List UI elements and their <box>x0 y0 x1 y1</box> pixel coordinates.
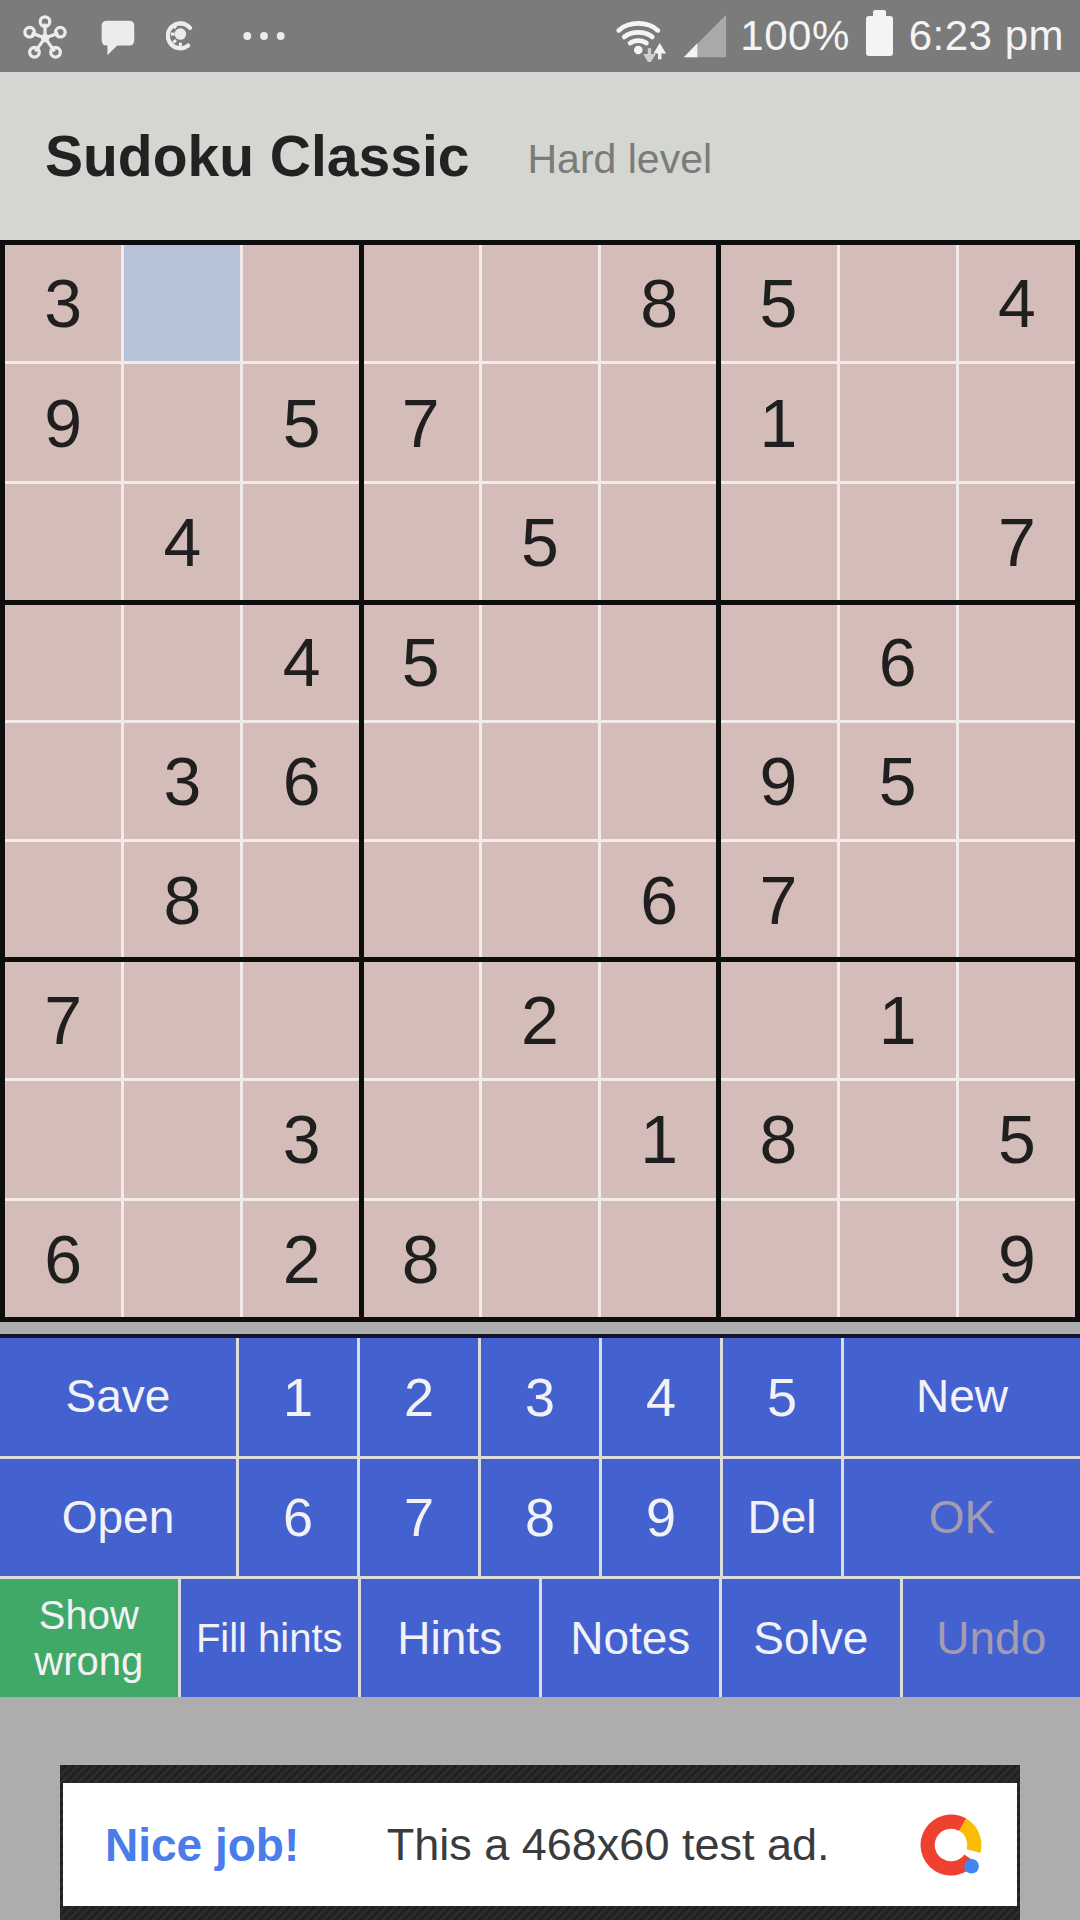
cell-r7c9[interactable] <box>959 962 1075 1078</box>
block-divider <box>5 957 1075 962</box>
cellular-signal-icon <box>680 11 730 61</box>
cell-r3c7[interactable] <box>720 484 836 600</box>
cell-r2c2[interactable] <box>124 364 240 480</box>
cell-r8c6[interactable]: 1 <box>601 1081 717 1197</box>
difficulty-label: Hard level <box>527 130 712 183</box>
cell-r7c8[interactable]: 1 <box>840 962 956 1078</box>
cell-r3c6[interactable] <box>601 484 717 600</box>
cell-r9c9[interactable]: 9 <box>959 1201 1075 1317</box>
title-bar: Sudoku Classic Hard level <box>0 72 1080 240</box>
cell-r2c4[interactable]: 7 <box>363 364 479 480</box>
cell-r3c2[interactable]: 4 <box>124 484 240 600</box>
more-dots-icon <box>238 13 290 59</box>
cell-r8c1[interactable] <box>5 1081 121 1197</box>
cell-r7c5[interactable]: 2 <box>482 962 598 1078</box>
keypad-row-2: Open6789DelOK <box>0 1459 1080 1577</box>
cell-r6c5[interactable] <box>482 842 598 958</box>
cell-r1c3[interactable] <box>243 245 359 361</box>
cell-r5c2[interactable]: 3 <box>124 723 240 839</box>
cell-r1c9[interactable]: 4 <box>959 245 1075 361</box>
cell-r9c6[interactable] <box>601 1201 717 1317</box>
cell-r4c4[interactable]: 5 <box>363 603 479 719</box>
cell-r6c7[interactable]: 7 <box>720 842 836 958</box>
cell-r3c9[interactable]: 7 <box>959 484 1075 600</box>
cell-r6c3[interactable] <box>243 842 359 958</box>
btn-notes[interactable]: Notes <box>542 1579 720 1697</box>
network-nodes-icon <box>22 13 68 59</box>
cell-r1c5[interactable] <box>482 245 598 361</box>
cell-r2c1[interactable]: 9 <box>5 364 121 480</box>
cell-r5c3[interactable]: 6 <box>243 723 359 839</box>
btn-9[interactable]: 9 <box>602 1459 720 1577</box>
cell-r7c7[interactable] <box>720 962 836 1078</box>
cell-r1c6[interactable]: 8 <box>601 245 717 361</box>
btn-6[interactable]: 6 <box>239 1459 357 1577</box>
cell-r2c5[interactable] <box>482 364 598 480</box>
clock: 6:23 pm <box>909 12 1064 60</box>
cell-r5c9[interactable] <box>959 723 1075 839</box>
board-grid: 38549571457456369586772131856289 <box>5 245 1075 1317</box>
cell-r9c3[interactable]: 2 <box>243 1201 359 1317</box>
cell-r3c4[interactable] <box>363 484 479 600</box>
cell-r9c5[interactable] <box>482 1201 598 1317</box>
cell-r3c8[interactable] <box>840 484 956 600</box>
btn-open[interactable]: Open <box>0 1459 236 1577</box>
btn-8[interactable]: 8 <box>481 1459 599 1577</box>
btn-show-wrong[interactable]: Show wrong <box>0 1579 178 1697</box>
cell-r8c2[interactable] <box>124 1081 240 1197</box>
chat-bubble-icon <box>94 13 140 59</box>
btn-save[interactable]: Save <box>0 1338 236 1456</box>
cell-r6c8[interactable] <box>840 842 956 958</box>
cell-r8c3[interactable]: 3 <box>243 1081 359 1197</box>
cell-r4c1[interactable] <box>5 603 121 719</box>
cell-r8c4[interactable] <box>363 1081 479 1197</box>
btn-new[interactable]: New <box>844 1338 1080 1456</box>
ad-container: Nice job! This a 468x60 test ad. <box>60 1765 1020 1920</box>
keypad-row-1: Save12345New <box>0 1338 1080 1456</box>
weather-icon <box>166 13 212 59</box>
cell-r6c6[interactable]: 6 <box>601 842 717 958</box>
cell-r2c3[interactable]: 5 <box>243 364 359 480</box>
bottom-area: Nice job! This a 468x60 test ad. <box>0 1697 1080 1920</box>
cell-r2c6[interactable] <box>601 364 717 480</box>
btn-7[interactable]: 7 <box>360 1459 478 1577</box>
btn-fill-hints[interactable]: Fill hints <box>181 1579 359 1697</box>
cell-r8c5[interactable] <box>482 1081 598 1197</box>
cell-r7c1[interactable]: 7 <box>5 962 121 1078</box>
cell-r6c9[interactable] <box>959 842 1075 958</box>
cell-r2c8[interactable] <box>840 364 956 480</box>
block-divider <box>359 245 364 1317</box>
cell-r9c4[interactable]: 8 <box>363 1201 479 1317</box>
cell-r6c2[interactable]: 8 <box>124 842 240 958</box>
cell-r7c2[interactable] <box>124 962 240 1078</box>
sudoku-app: 100% 6:23 pm Sudoku Classic Hard level 3… <box>0 0 1080 1920</box>
btn-undo[interactable]: Undo <box>903 1579 1080 1697</box>
cell-r6c1[interactable] <box>5 842 121 958</box>
cell-r9c7[interactable] <box>720 1201 836 1317</box>
cell-r5c6[interactable] <box>601 723 717 839</box>
btn-4[interactable]: 4 <box>602 1338 720 1456</box>
cell-r3c3[interactable] <box>243 484 359 600</box>
btn-5[interactable]: 5 <box>723 1338 841 1456</box>
battery-percent: 100% <box>740 12 849 60</box>
cell-r5c1[interactable] <box>5 723 121 839</box>
wifi-icon <box>614 10 670 62</box>
app-title: Sudoku Classic <box>45 123 469 189</box>
cell-r4c9[interactable] <box>959 603 1075 719</box>
btn-solve[interactable]: Solve <box>722 1579 900 1697</box>
cell-r7c3[interactable] <box>243 962 359 1078</box>
btn-3[interactable]: 3 <box>481 1338 599 1456</box>
cell-r5c4[interactable] <box>363 723 479 839</box>
block-divider <box>716 245 721 1317</box>
btn-hints[interactable]: Hints <box>361 1579 539 1697</box>
btn-del[interactable]: Del <box>723 1459 841 1577</box>
cell-r9c2[interactable] <box>124 1201 240 1317</box>
admob-logo-icon[interactable] <box>917 1811 985 1879</box>
cell-r2c7[interactable]: 1 <box>720 364 836 480</box>
keypad-row-3: Show wrongFill hintsHintsNotesSolveUndo <box>0 1579 1080 1697</box>
cell-r3c5[interactable]: 5 <box>482 484 598 600</box>
battery-icon <box>866 16 893 56</box>
cell-r2c9[interactable] <box>959 364 1075 480</box>
cell-r9c1[interactable]: 6 <box>5 1201 121 1317</box>
cell-r9c8[interactable] <box>840 1201 956 1317</box>
cell-r4c6[interactable] <box>601 603 717 719</box>
keypad: Save12345NewOpen6789DelOKShow wrongFill … <box>0 1334 1080 1697</box>
cell-r1c7[interactable]: 5 <box>720 245 836 361</box>
block-divider <box>5 600 1075 605</box>
cell-r4c5[interactable] <box>482 603 598 719</box>
ad-banner[interactable]: Nice job! This a 468x60 test ad. <box>63 1783 1017 1906</box>
cell-r4c2[interactable] <box>124 603 240 719</box>
cell-r4c7[interactable] <box>720 603 836 719</box>
ad-headline[interactable]: Nice job! <box>89 1818 299 1872</box>
cell-r4c3[interactable]: 4 <box>243 603 359 719</box>
cell-r5c5[interactable] <box>482 723 598 839</box>
cell-r1c4[interactable] <box>363 245 479 361</box>
cell-r1c8[interactable] <box>840 245 956 361</box>
btn-2[interactable]: 2 <box>360 1338 478 1456</box>
cell-r7c4[interactable] <box>363 962 479 1078</box>
cell-r6c4[interactable] <box>363 842 479 958</box>
btn-ok[interactable]: OK <box>844 1459 1080 1577</box>
cell-r1c2[interactable] <box>124 245 240 361</box>
cell-r4c8[interactable]: 6 <box>840 603 956 719</box>
status-bar: 100% 6:23 pm <box>0 0 1080 72</box>
sudoku-board: 38549571457456369586772131856289 <box>0 240 1080 1322</box>
cell-r8c8[interactable] <box>840 1081 956 1197</box>
cell-r1c1[interactable]: 3 <box>5 245 121 361</box>
cell-r5c7[interactable]: 9 <box>720 723 836 839</box>
btn-1[interactable]: 1 <box>239 1338 357 1456</box>
ad-body[interactable]: This a 468x60 test ad. <box>387 1819 830 1871</box>
cell-r8c9[interactable]: 5 <box>959 1081 1075 1197</box>
cell-r7c6[interactable] <box>601 962 717 1078</box>
cell-r3c1[interactable] <box>5 484 121 600</box>
cell-r8c7[interactable]: 8 <box>720 1081 836 1197</box>
cell-r5c8[interactable]: 5 <box>840 723 956 839</box>
